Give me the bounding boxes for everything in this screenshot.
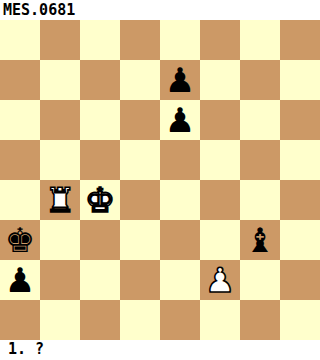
square-f5[interactable] (200, 140, 240, 180)
square-f8[interactable] (200, 20, 240, 60)
square-h4[interactable] (280, 180, 320, 220)
black-king-piece[interactable]: ♚ (5, 220, 35, 260)
square-f6[interactable] (200, 100, 240, 140)
white-king-piece[interactable]: ♚ (85, 180, 115, 220)
square-d3[interactable] (120, 220, 160, 260)
square-b3[interactable] (40, 220, 80, 260)
square-c5[interactable] (80, 140, 120, 180)
square-g7[interactable] (240, 60, 280, 100)
square-g3[interactable]: ♝ (240, 220, 280, 260)
square-e1[interactable] (160, 300, 200, 340)
square-e3[interactable] (160, 220, 200, 260)
puzzle-id-title: MES.0681 (0, 0, 320, 20)
square-c7[interactable] (80, 60, 120, 100)
square-b5[interactable] (40, 140, 80, 180)
square-a7[interactable] (0, 60, 40, 100)
black-pawn-piece[interactable]: ♟ (5, 260, 35, 300)
square-e2[interactable] (160, 260, 200, 300)
square-d2[interactable] (120, 260, 160, 300)
square-d8[interactable] (120, 20, 160, 60)
chess-puzzle-window: MES.0681 ♟♟♜♚♚♝♟♟ 1. ? (0, 0, 320, 360)
square-f7[interactable] (200, 60, 240, 100)
square-c1[interactable] (80, 300, 120, 340)
white-pawn-piece[interactable]: ♟ (205, 260, 235, 300)
square-d4[interactable] (120, 180, 160, 220)
square-c2[interactable] (80, 260, 120, 300)
square-b7[interactable] (40, 60, 80, 100)
square-b8[interactable] (40, 20, 80, 60)
square-g1[interactable] (240, 300, 280, 340)
square-g4[interactable] (240, 180, 280, 220)
square-c3[interactable] (80, 220, 120, 260)
square-a1[interactable] (0, 300, 40, 340)
square-e5[interactable] (160, 140, 200, 180)
square-h6[interactable] (280, 100, 320, 140)
square-g6[interactable] (240, 100, 280, 140)
square-b4[interactable]: ♜ (40, 180, 80, 220)
chess-board[interactable]: ♟♟♜♚♚♝♟♟ (0, 20, 320, 340)
square-e7[interactable]: ♟ (160, 60, 200, 100)
square-g2[interactable] (240, 260, 280, 300)
square-d1[interactable] (120, 300, 160, 340)
square-c6[interactable] (80, 100, 120, 140)
square-a8[interactable] (0, 20, 40, 60)
square-h2[interactable] (280, 260, 320, 300)
square-d6[interactable] (120, 100, 160, 140)
square-f3[interactable] (200, 220, 240, 260)
square-f1[interactable] (200, 300, 240, 340)
square-a6[interactable] (0, 100, 40, 140)
square-h8[interactable] (280, 20, 320, 60)
square-e4[interactable] (160, 180, 200, 220)
square-f2[interactable]: ♟ (200, 260, 240, 300)
square-c4[interactable]: ♚ (80, 180, 120, 220)
square-d7[interactable] (120, 60, 160, 100)
move-prompt: 1. ? (0, 340, 320, 360)
square-d5[interactable] (120, 140, 160, 180)
square-g5[interactable] (240, 140, 280, 180)
square-h7[interactable] (280, 60, 320, 100)
square-b2[interactable] (40, 260, 80, 300)
square-g8[interactable] (240, 20, 280, 60)
square-h1[interactable] (280, 300, 320, 340)
square-h3[interactable] (280, 220, 320, 260)
square-h5[interactable] (280, 140, 320, 180)
square-b6[interactable] (40, 100, 80, 140)
square-e8[interactable] (160, 20, 200, 60)
square-a3[interactable]: ♚ (0, 220, 40, 260)
square-c8[interactable] (80, 20, 120, 60)
square-e6[interactable]: ♟ (160, 100, 200, 140)
square-a5[interactable] (0, 140, 40, 180)
square-a4[interactable] (0, 180, 40, 220)
black-bishop-piece[interactable]: ♝ (245, 220, 275, 260)
square-b1[interactable] (40, 300, 80, 340)
black-pawn-piece[interactable]: ♟ (165, 100, 195, 140)
square-f4[interactable] (200, 180, 240, 220)
white-rook-piece[interactable]: ♜ (45, 180, 75, 220)
black-pawn-piece[interactable]: ♟ (165, 60, 195, 100)
square-a2[interactable]: ♟ (0, 260, 40, 300)
